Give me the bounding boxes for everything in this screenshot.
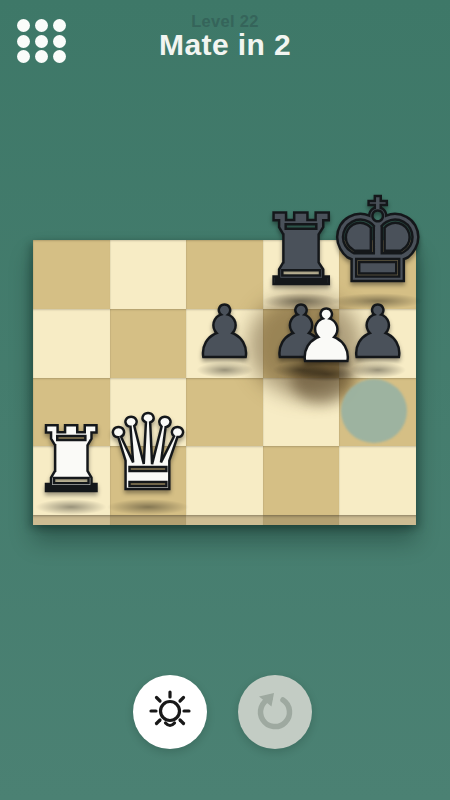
white-queen[interactable]: ♛ [101,401,194,505]
board-edge [33,515,416,525]
app-screen: Level 22 Mate in 2 ♜♚♟♟♟♟♜♛ [0,0,450,800]
square-c1-r0[interactable] [110,240,187,309]
hint-button[interactable] [133,675,207,749]
undo-arrow-icon [253,690,297,734]
square-c2-r3[interactable] [186,446,263,515]
square-c3-r3[interactable] [263,446,340,515]
white-pawn[interactable]: ♟ [294,300,359,372]
square-c0-r1[interactable] [33,309,110,378]
black-pawn[interactable]: ♟ [192,296,257,368]
square-c4-r3[interactable] [339,446,416,515]
undo-button[interactable] [238,675,312,749]
lightbulb-icon [148,689,192,735]
white-rook[interactable]: ♜ [31,415,112,505]
square-c4-r2[interactable] [339,378,416,447]
board-edge-segment [186,515,263,525]
square-c0-r0[interactable] [33,240,110,309]
square-c1-r1[interactable] [110,309,187,378]
board-edge-segment [110,515,187,525]
board-edge-segment [33,515,110,525]
board-edge-segment [263,515,340,525]
black-king[interactable]: ♚ [326,183,430,299]
board-edge-segment [339,515,416,525]
square-c3-r2[interactable] [263,378,340,447]
square-c2-r2[interactable] [186,378,263,447]
page-title: Mate in 2 [0,28,450,62]
chess-board: ♜♚♟♟♟♟♜♛ [33,240,416,525]
